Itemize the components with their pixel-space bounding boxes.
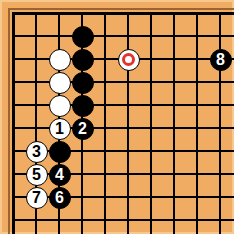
stone-white-move-1[interactable]: 1 — [49, 118, 71, 140]
stone-black-move-6[interactable]: 6 — [49, 187, 71, 209]
stone-black-move-2[interactable]: 2 — [72, 118, 94, 140]
stone-number: 1 — [55, 121, 64, 137]
stone-white[interactable] — [49, 95, 71, 117]
stone-number: 2 — [78, 121, 87, 137]
stone-black-move-8[interactable]: 8 — [210, 49, 232, 71]
stone-number: 6 — [55, 190, 64, 206]
go-corner-diagram: 81235476 — [0, 0, 234, 234]
stone-black[interactable] — [72, 26, 94, 48]
stone-black[interactable] — [72, 95, 94, 117]
stone-white-move-5[interactable]: 5 — [26, 164, 48, 186]
stone-number: 5 — [32, 167, 41, 183]
stone-white-move-7[interactable]: 7 — [26, 187, 48, 209]
stone-black[interactable] — [49, 141, 71, 163]
stone-white-circled[interactable] — [118, 49, 140, 71]
stone-white[interactable] — [49, 72, 71, 94]
stone-number: 7 — [32, 190, 41, 206]
stone-black[interactable] — [72, 49, 94, 71]
stone-black-move-4[interactable]: 4 — [49, 164, 71, 186]
red-circle-marker-icon — [122, 53, 135, 66]
stone-black[interactable] — [72, 72, 94, 94]
stone-number: 3 — [32, 144, 41, 160]
stone-number: 4 — [55, 167, 64, 183]
stone-layer[interactable]: 81235476 — [2, 2, 232, 232]
stone-white-move-3[interactable]: 3 — [26, 141, 48, 163]
stone-white[interactable] — [49, 49, 71, 71]
stone-number: 8 — [216, 52, 225, 68]
